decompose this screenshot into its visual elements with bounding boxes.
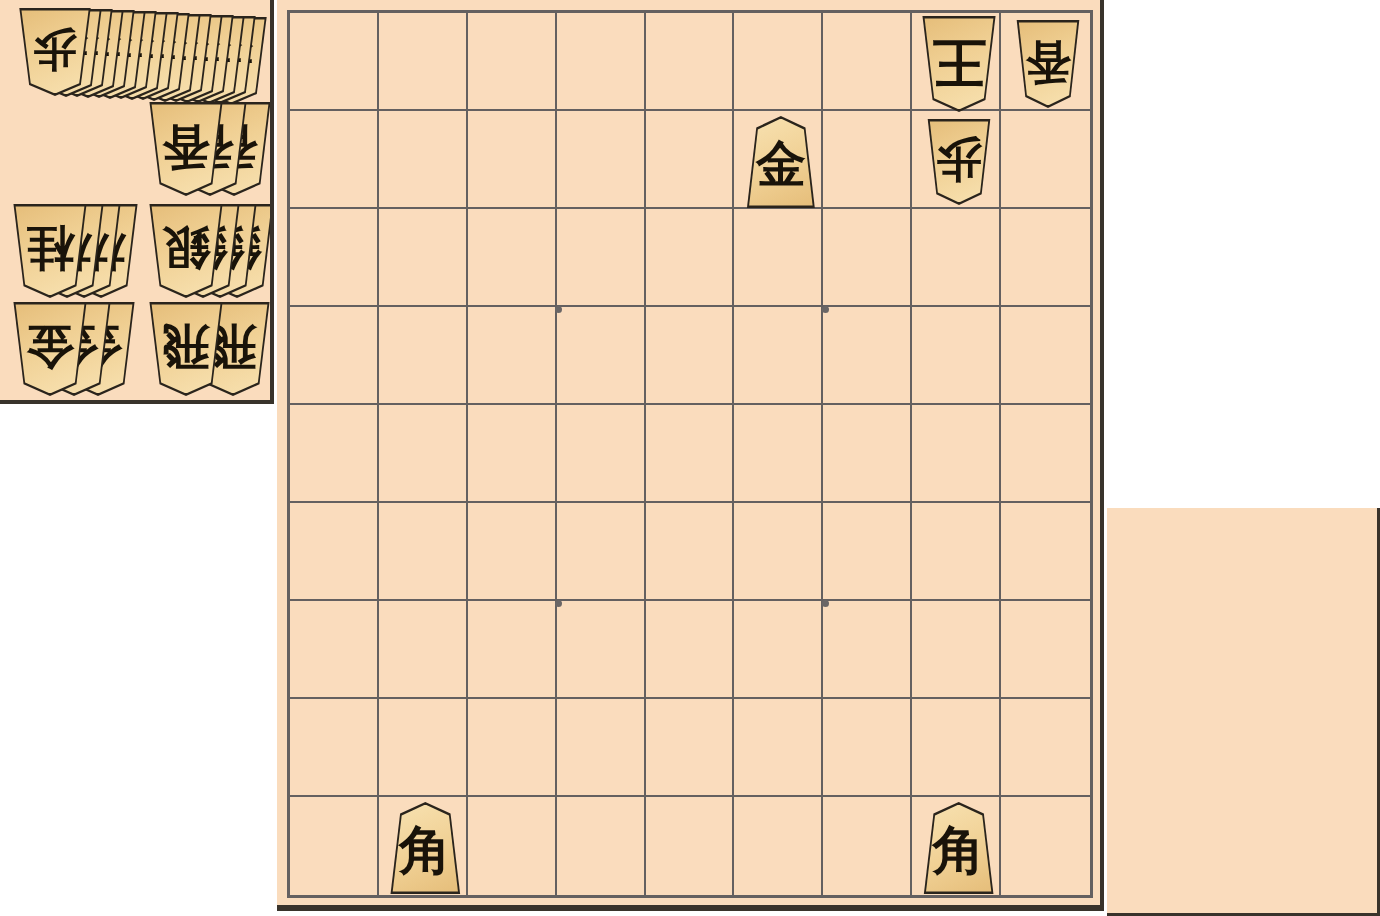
board-cell[interactable] xyxy=(823,209,912,307)
board-cell[interactable] xyxy=(290,601,379,699)
board-cell[interactable] xyxy=(646,13,735,111)
board-cell[interactable] xyxy=(646,601,735,699)
board-cell[interactable] xyxy=(557,797,646,895)
board-cell[interactable] xyxy=(646,111,735,209)
board-cell[interactable] xyxy=(1001,307,1090,405)
board-cell[interactable] xyxy=(912,405,1001,503)
board-cell[interactable] xyxy=(823,601,912,699)
board-cell[interactable] xyxy=(379,405,468,503)
board-cell[interactable] xyxy=(379,503,468,601)
board-cell[interactable] xyxy=(290,797,379,895)
board-cell[interactable] xyxy=(468,307,557,405)
board-cell[interactable] xyxy=(379,209,468,307)
board-cell[interactable] xyxy=(557,503,646,601)
board-cell[interactable] xyxy=(646,307,735,405)
board-cell[interactable] xyxy=(290,503,379,601)
board-cell[interactable] xyxy=(290,13,379,111)
board-cell[interactable] xyxy=(646,797,735,895)
board-cell[interactable] xyxy=(912,209,1001,307)
board-cell[interactable] xyxy=(468,111,557,209)
board-cell[interactable] xyxy=(557,699,646,797)
board-cell[interactable] xyxy=(734,601,823,699)
board-cell[interactable] xyxy=(468,13,557,111)
board-cell[interactable] xyxy=(734,503,823,601)
board-cell[interactable] xyxy=(646,209,735,307)
board-cell[interactable] xyxy=(468,797,557,895)
hoshi-dot xyxy=(555,306,562,313)
board-cell[interactable] xyxy=(734,797,823,895)
shogi-board: 王香歩金角角 xyxy=(287,10,1093,898)
board-cell[interactable] xyxy=(823,797,912,895)
board-cell[interactable] xyxy=(379,699,468,797)
board-cell[interactable] xyxy=(1001,503,1090,601)
board-cell[interactable] xyxy=(290,307,379,405)
board-cell[interactable] xyxy=(1001,209,1090,307)
board-cell[interactable] xyxy=(468,209,557,307)
board-cell[interactable] xyxy=(646,503,735,601)
board-cell[interactable] xyxy=(823,405,912,503)
board-cell[interactable] xyxy=(734,699,823,797)
board-cell[interactable] xyxy=(1001,699,1090,797)
board-cell[interactable] xyxy=(823,111,912,209)
board-cell[interactable] xyxy=(912,601,1001,699)
board-cell[interactable] xyxy=(290,209,379,307)
board-cell[interactable] xyxy=(912,699,1001,797)
board-cell[interactable] xyxy=(379,13,468,111)
board-cell[interactable] xyxy=(734,307,823,405)
sente-hand-tray xyxy=(1107,508,1380,916)
board-cell[interactable] xyxy=(646,699,735,797)
board-cell[interactable] xyxy=(290,111,379,209)
board-cell[interactable] xyxy=(379,601,468,699)
board-cell[interactable] xyxy=(468,503,557,601)
board-cell[interactable] xyxy=(912,503,1001,601)
board-cell[interactable] xyxy=(823,13,912,111)
board-cell[interactable] xyxy=(1001,111,1090,209)
hoshi-dot xyxy=(555,600,562,607)
board-cell[interactable] xyxy=(734,13,823,111)
board-panel: 王香歩金角角 xyxy=(277,0,1104,911)
board-cell[interactable] xyxy=(557,307,646,405)
hoshi-dot xyxy=(822,600,829,607)
board-cell[interactable] xyxy=(557,13,646,111)
board-cell[interactable] xyxy=(468,405,557,503)
board-cell[interactable] xyxy=(823,307,912,405)
board-cell[interactable] xyxy=(557,209,646,307)
board-cell[interactable] xyxy=(823,699,912,797)
board-cell[interactable] xyxy=(646,405,735,503)
board-cell[interactable] xyxy=(557,601,646,699)
board-cell[interactable] xyxy=(290,405,379,503)
board-cell[interactable] xyxy=(379,307,468,405)
gote-hand-tray: 歩歩歩歩歩歩歩歩歩歩歩歩歩歩歩歩歩香香香桂桂桂桂銀銀銀銀金金金飛飛 xyxy=(0,0,274,404)
board-cell[interactable] xyxy=(468,601,557,699)
hoshi-dot xyxy=(822,306,829,313)
board-cell[interactable] xyxy=(1001,405,1090,503)
board-cell[interactable] xyxy=(379,111,468,209)
board-cell[interactable] xyxy=(734,209,823,307)
board-cell[interactable] xyxy=(290,699,379,797)
board-cell[interactable] xyxy=(734,405,823,503)
board-cell[interactable] xyxy=(468,699,557,797)
board-cell[interactable] xyxy=(1001,601,1090,699)
board-cell[interactable] xyxy=(557,405,646,503)
board-cell[interactable] xyxy=(823,503,912,601)
shogi-app: 歩歩歩歩歩歩歩歩歩歩歩歩歩歩歩歩歩香香香桂桂桂桂銀銀銀銀金金金飛飛 王香歩金角角 xyxy=(0,0,1380,916)
board-cell[interactable] xyxy=(1001,797,1090,895)
board-cell[interactable] xyxy=(912,307,1001,405)
board-cell[interactable] xyxy=(557,111,646,209)
